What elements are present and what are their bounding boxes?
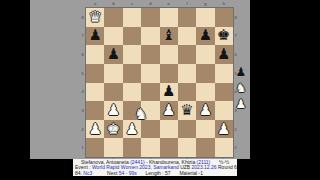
square-g7[interactable]: ♟ [196, 27, 214, 46]
square-e6[interactable] [160, 45, 178, 64]
event-label: Event : [75, 165, 91, 170]
square-f1[interactable] [178, 138, 196, 157]
square-g2[interactable] [196, 120, 214, 139]
square-b2[interactable]: ♚ [104, 120, 122, 139]
rank-label-2: 2 [80, 120, 85, 139]
square-d7[interactable] [141, 27, 159, 46]
square-e5[interactable] [160, 64, 178, 83]
next-label: Next [107, 171, 117, 176]
white-pawn: ♟ [107, 103, 120, 118]
square-c4[interactable] [123, 83, 141, 102]
file-label-f: f [178, 1, 196, 7]
black-pawn: ♟ [199, 28, 212, 43]
square-g6[interactable] [196, 45, 214, 64]
square-d4[interactable] [141, 83, 159, 102]
caption-bar: Stefanova, Antoaneta (2441) - Khandsuren… [73, 159, 237, 176]
black-player-rating[interactable]: (2111) [197, 160, 211, 165]
chess-board: ♛♟♝♟♚♟♟♟♟♞♟♛♟♟♚♟♟ [86, 8, 233, 157]
square-d2[interactable] [141, 120, 159, 139]
next-value: 54 - 99s [119, 171, 137, 176]
square-f3[interactable]: ♛ [178, 101, 196, 120]
file-label-a: a [86, 1, 104, 7]
white-pawn: ♟ [199, 103, 212, 118]
rank-label-8: 8 [80, 8, 85, 27]
game-result: ½-½ [219, 160, 229, 165]
square-a8[interactable]: ♛ [86, 8, 104, 27]
rank-label-1: 1 [80, 138, 85, 157]
square-h8[interactable] [215, 8, 233, 27]
square-a7[interactable]: ♟ [86, 27, 104, 46]
event-link[interactable]: World Rapid Women 2023, Samarkand [92, 165, 179, 170]
current-move[interactable]: Nc3 [83, 171, 92, 176]
square-h4[interactable] [215, 83, 233, 102]
file-label-c: c [123, 1, 141, 7]
file-label-e: e [160, 1, 178, 7]
white-king: ♚ [107, 122, 120, 137]
square-d8[interactable] [141, 8, 159, 27]
square-b4[interactable] [104, 83, 122, 102]
rank-label-1: 1 [233, 138, 238, 157]
square-e2[interactable] [160, 120, 178, 139]
file-labels-top: abcdefgh [86, 1, 233, 7]
square-a6[interactable] [86, 45, 104, 64]
rank-label-7: 7 [80, 27, 85, 46]
square-c5[interactable] [123, 64, 141, 83]
square-d3[interactable] [141, 101, 159, 120]
file-label-b: b [104, 1, 122, 7]
square-e1[interactable] [160, 138, 178, 157]
white-player-name: Stefanova, Antoaneta [81, 160, 129, 165]
square-a5[interactable] [86, 64, 104, 83]
black-bishop: ♝ [162, 28, 175, 43]
white-pawn-icon: ♟ [236, 96, 247, 112]
rank-label-6: 6 [80, 45, 85, 64]
white-pawn: ♟ [217, 122, 230, 137]
white-pawn: ♟ [88, 122, 101, 137]
black-pawn-icon: ♟ [236, 64, 247, 80]
square-g5[interactable] [196, 64, 214, 83]
length-label: Length : [146, 171, 164, 176]
rank-label-6: 6 [233, 45, 238, 64]
rank-label-3: 3 [80, 101, 85, 120]
square-e4[interactable]: ♟ [160, 83, 178, 102]
square-b6[interactable]: ♟ [104, 45, 122, 64]
white-player-rating[interactable]: (2441) [130, 160, 144, 165]
square-f4[interactable] [178, 83, 196, 102]
square-d1[interactable] [141, 138, 159, 157]
square-a2[interactable]: ♟ [86, 120, 104, 139]
square-f7[interactable] [178, 27, 196, 46]
square-b3[interactable]: ♟ [104, 101, 122, 120]
square-d5[interactable] [141, 64, 159, 83]
black-pawn: ♟ [217, 47, 230, 62]
square-a4[interactable] [86, 83, 104, 102]
black-king: ♚ [217, 28, 230, 43]
square-c6[interactable] [123, 45, 141, 64]
file-label-g: g [196, 1, 214, 7]
square-a1[interactable] [86, 138, 104, 157]
square-b5[interactable] [104, 64, 122, 83]
square-e7[interactable]: ♝ [160, 27, 178, 46]
captured-pieces-tray: ♟♞♟ [235, 64, 247, 112]
square-g8[interactable] [196, 8, 214, 27]
square-f8[interactable] [178, 8, 196, 27]
rank-label-2: 2 [233, 120, 238, 139]
material-label: Material [179, 171, 197, 176]
event-date-link[interactable]: 2023.12.26 [192, 165, 217, 170]
square-f6[interactable] [178, 45, 196, 64]
black-pawn: ♟ [162, 84, 175, 99]
event-round: Round 6.17 [218, 165, 237, 170]
rank-label-7: 7 [233, 27, 238, 46]
black-queen: ♛ [180, 103, 193, 118]
rank-label-4: 4 [80, 83, 85, 102]
square-f2[interactable] [178, 120, 196, 139]
material-value: -1 [199, 171, 203, 176]
white-pawn: ♟ [125, 122, 138, 137]
move-number: 84. [75, 171, 82, 176]
square-e8[interactable] [160, 8, 178, 27]
rank-labels-left: 87654321 [80, 8, 85, 157]
square-c8[interactable] [123, 8, 141, 27]
square-f5[interactable] [178, 64, 196, 83]
square-h6[interactable]: ♟ [215, 45, 233, 64]
square-c7[interactable] [123, 27, 141, 46]
square-e3[interactable]: ♟ [160, 101, 178, 120]
square-h2[interactable]: ♟ [215, 120, 233, 139]
square-h7[interactable]: ♚ [215, 27, 233, 46]
square-g1[interactable] [196, 138, 214, 157]
square-c1[interactable] [123, 138, 141, 157]
square-a3[interactable] [86, 101, 104, 120]
square-h3[interactable] [215, 101, 233, 120]
white-pawn: ♟ [162, 103, 175, 118]
square-c3[interactable]: ♞ [123, 101, 141, 120]
file-label-d: d [141, 1, 159, 7]
rank-label-8: 8 [233, 8, 238, 27]
event-country: UZB [180, 165, 190, 170]
square-g3[interactable]: ♟ [196, 101, 214, 120]
square-b8[interactable] [104, 8, 122, 27]
file-label-h: h [215, 1, 233, 7]
black-pawn: ♟ [107, 47, 120, 62]
square-h5[interactable] [215, 64, 233, 83]
status-line: 84. Nc3 Next 54 - 99s Length : 57 Materi… [73, 171, 237, 177]
length-value: 57 [165, 171, 171, 176]
black-pawn: ♟ [88, 28, 101, 43]
square-d6[interactable] [141, 45, 159, 64]
square-g4[interactable] [196, 83, 214, 102]
square-h1[interactable] [215, 138, 233, 157]
players-separator: - [146, 160, 148, 165]
white-queen: ♛ [88, 10, 101, 25]
square-b7[interactable] [104, 27, 122, 46]
square-b1[interactable] [104, 138, 122, 157]
white-knight-icon: ♞ [236, 80, 247, 96]
rank-label-5: 5 [80, 64, 85, 83]
black-player-name: Khandsurena, Khizia [149, 160, 195, 165]
square-c2[interactable]: ♟ [123, 120, 141, 139]
